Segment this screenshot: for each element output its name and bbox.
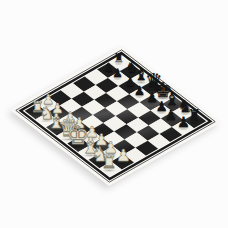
chess-set-photo: ♜♞♝♛♚♝♞♜♟♟♟♟♟♟♟♟♟♟♟♟♟♟♟♟♜♞♝♛♚♝♞♜	[0, 0, 228, 228]
board-frame	[18, 52, 212, 181]
board-grid	[25, 56, 206, 176]
chess-board-mat	[10, 46, 221, 186]
